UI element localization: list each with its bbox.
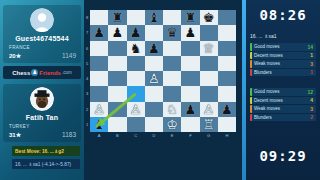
star-icon: ★: [16, 53, 21, 59]
square-d4[interactable]: ♙: [145, 71, 163, 86]
white-stat-weak-moves: Weak moves3: [250, 60, 316, 68]
square-h7[interactable]: [218, 25, 236, 40]
stat-label: Good moves: [252, 89, 280, 94]
player-card-black: Fatih Tan TURKEY 31★ 1183: [3, 84, 81, 142]
black-player-country: TURKEY: [9, 124, 30, 129]
stat-label: Decent moves: [252, 98, 283, 103]
white-piece-d4: ♙: [148, 72, 160, 85]
white-player-country: FRANCE: [9, 45, 30, 50]
square-f8[interactable]: ♜: [181, 10, 199, 25]
player-card-white: Guest46745544 FRANCE 20★ 1149: [3, 5, 81, 63]
square-a3[interactable]: [90, 86, 108, 101]
black-stat-weak-moves: Weak moves3: [250, 105, 316, 113]
square-a8[interactable]: [90, 10, 108, 25]
white-piece-e1: ♔: [166, 118, 178, 131]
right-panel: 08:26 16. ... ♗xa1 Good moves14Decent mo…: [246, 0, 320, 180]
black-piece-e7: ♛: [166, 26, 178, 39]
square-e5[interactable]: [163, 56, 181, 71]
eval-text: 16. ... ♗xa1 (-4.14->-5.87): [12, 162, 71, 167]
stat-value: 3: [310, 106, 316, 112]
white-stat-blunders: Blunders1: [250, 69, 316, 77]
black-piece-c7: ♟: [130, 26, 142, 39]
file-label-a: A: [90, 133, 108, 140]
stat-label: Weak moves: [252, 61, 280, 66]
person-icon: [30, 8, 54, 32]
logo-text-chess: Chess: [12, 70, 30, 76]
black-piece-h2: ♟: [221, 103, 233, 116]
square-f1[interactable]: [181, 117, 199, 132]
stat-label: Good moves: [252, 44, 280, 49]
square-g5[interactable]: [200, 56, 218, 71]
square-c5[interactable]: [127, 56, 145, 71]
square-g6[interactable]: ♕: [200, 41, 218, 56]
square-c1[interactable]: [127, 117, 145, 132]
left-panel: Guest46745544 FRANCE 20★ 1149 Chess ♟ Fr…: [0, 0, 84, 180]
chess-board[interactable]: ♜♝♜♚♟♟♟♛♟♞♟♕♙♙♙♘♟♙♟♝♔♖: [90, 10, 236, 132]
square-d2[interactable]: [145, 102, 163, 117]
square-c2[interactable]: ♙: [127, 102, 145, 117]
square-e3[interactable]: [163, 86, 181, 101]
logo-text-com: .com: [62, 70, 72, 75]
square-d8[interactable]: ♝: [145, 10, 163, 25]
black-piece-a1: ♝: [93, 118, 105, 131]
square-e6[interactable]: [163, 41, 181, 56]
square-b6[interactable]: [108, 41, 126, 56]
white-avatar: [30, 8, 54, 32]
black-clock: 09:29: [246, 148, 320, 164]
black-piece-d8: ♝: [148, 11, 160, 24]
best-move-text: Best Move: 16. ...♗g2: [12, 149, 64, 154]
file-label-b: B: [108, 133, 126, 140]
stat-value: 14: [307, 44, 316, 50]
black-piece-a7: ♟: [93, 26, 105, 39]
logo-text-friends: Friends: [39, 70, 61, 76]
star-icon: ★: [16, 132, 21, 138]
square-b8[interactable]: ♜: [108, 10, 126, 25]
square-d6[interactable]: ♟: [145, 41, 163, 56]
square-h8[interactable]: [218, 10, 236, 25]
white-stat-decent-moves: Decent moves1: [250, 52, 316, 60]
white-piece-e2: ♘: [166, 103, 178, 116]
square-f4[interactable]: [181, 71, 199, 86]
square-a5[interactable]: [90, 56, 108, 71]
stat-value: 1: [310, 52, 316, 58]
white-player-name: Guest46745544: [3, 35, 81, 42]
black-player-name: Fatih Tan: [3, 114, 81, 121]
square-c7[interactable]: ♟: [127, 25, 145, 40]
square-a7[interactable]: ♟: [90, 25, 108, 40]
stat-value: 4: [310, 97, 316, 103]
square-f6[interactable]: [181, 41, 199, 56]
current-move-label: 16. ... ♗xa1: [250, 33, 316, 39]
square-h3[interactable]: [218, 86, 236, 101]
white-piece-g6: ♕: [203, 42, 215, 55]
square-f2[interactable]: ♟: [181, 102, 199, 117]
square-d5[interactable]: [145, 56, 163, 71]
square-a1[interactable]: ♝: [90, 117, 108, 132]
best-move-banner: Best Move: 16. ...♗g2: [12, 146, 80, 156]
file-label-g: G: [200, 133, 218, 140]
square-c4[interactable]: [127, 71, 145, 86]
black-avatar: [30, 87, 54, 111]
stat-label: Blunders: [252, 115, 272, 120]
square-g1[interactable]: ♖: [200, 117, 218, 132]
square-f5[interactable]: [181, 56, 199, 71]
square-b5[interactable]: [108, 56, 126, 71]
square-a6[interactable]: [90, 41, 108, 56]
square-e1[interactable]: ♔: [163, 117, 181, 132]
white-move-stats: Good moves14Decent moves1Weak moves3Blun…: [250, 43, 316, 76]
square-h2[interactable]: ♟: [218, 102, 236, 117]
black-stat-blunders: Blunders2: [250, 114, 316, 122]
white-piece-c2: ♙: [130, 103, 142, 116]
board-zone: 87654321 ♜♝♜♚♟♟♟♛♟♞♟♕♙♙♙♘♟♙♟♝♔♖ ABCDEFGH: [84, 0, 242, 180]
square-a2[interactable]: ♙: [90, 102, 108, 117]
black-piece-b8: ♜: [112, 11, 124, 24]
pawn-logo-icon: ♟: [31, 69, 38, 76]
file-label-c: C: [127, 133, 145, 140]
square-g2[interactable]: ♙: [200, 102, 218, 117]
stat-label: Weak moves: [252, 106, 280, 111]
square-d3[interactable]: [145, 86, 163, 101]
white-piece-g2: ♙: [203, 103, 215, 116]
square-h4[interactable]: [218, 71, 236, 86]
white-stat-good-moves: Good moves14: [250, 43, 316, 51]
black-piece-c6: ♞: [130, 42, 142, 55]
black-player-stars: 31★: [9, 131, 21, 138]
square-b1[interactable]: [108, 117, 126, 132]
black-stat-decent-moves: Decent moves4: [250, 97, 316, 105]
file-label-e: E: [163, 133, 181, 140]
square-e2[interactable]: ♘: [163, 102, 181, 117]
black-stat-good-moves: Good moves12: [250, 88, 316, 96]
square-h6[interactable]: [218, 41, 236, 56]
square-b4[interactable]: [108, 71, 126, 86]
stat-value: 2: [310, 114, 316, 120]
black-piece-f8: ♜: [185, 11, 197, 24]
file-label-h: H: [218, 133, 236, 140]
stat-value: 12: [307, 89, 316, 95]
square-b7[interactable]: ♟: [108, 25, 126, 40]
square-e4[interactable]: [163, 71, 181, 86]
square-g4[interactable]: [200, 71, 218, 86]
file-label-d: D: [145, 133, 163, 140]
square-e8[interactable]: [163, 10, 181, 25]
eval-banner: 16. ... ♗xa1 (-4.14->-5.87): [12, 159, 80, 169]
chessfriends-logo: Chess ♟ Friends .com: [3, 66, 81, 79]
square-a4[interactable]: [90, 71, 108, 86]
file-label-f: F: [181, 133, 199, 140]
white-piece-g1: ♖: [203, 118, 215, 131]
mascot-icon: [30, 87, 54, 111]
square-d1[interactable]: [145, 117, 163, 132]
square-b3[interactable]: [108, 86, 126, 101]
stat-label: Blunders: [252, 70, 272, 75]
black-piece-f7: ♟: [185, 26, 197, 39]
white-player-stars: 20★: [9, 52, 21, 59]
square-b2[interactable]: [108, 102, 126, 117]
square-c3[interactable]: [127, 86, 145, 101]
square-d7[interactable]: [145, 25, 163, 40]
square-h1[interactable]: [218, 117, 236, 132]
black-piece-g8: ♚: [203, 11, 215, 24]
square-f7[interactable]: ♟: [181, 25, 199, 40]
square-g8[interactable]: ♚: [200, 10, 218, 25]
black-move-stats: Good moves12Decent moves4Weak moves3Blun…: [250, 88, 316, 121]
black-player-rating: 1183: [62, 131, 76, 138]
stat-label: Decent moves: [252, 53, 283, 58]
square-f3[interactable]: [181, 86, 199, 101]
black-piece-b7: ♟: [112, 26, 124, 39]
square-g7[interactable]: [200, 25, 218, 40]
square-e7[interactable]: ♛: [163, 25, 181, 40]
black-piece-f2: ♟: [185, 103, 197, 116]
white-player-rating: 1149: [62, 52, 76, 59]
stat-value: 3: [310, 61, 316, 67]
square-c6[interactable]: ♞: [127, 41, 145, 56]
white-clock: 08:26: [246, 7, 320, 23]
app-window: Guest46745544 FRANCE 20★ 1149 Chess ♟ Fr…: [0, 0, 320, 180]
white-piece-a2: ♙: [93, 103, 105, 116]
stat-value: 1: [310, 69, 316, 75]
file-labels: ABCDEFGH: [90, 133, 236, 140]
square-g3[interactable]: [200, 86, 218, 101]
square-h5[interactable]: [218, 56, 236, 71]
black-piece-d6: ♟: [148, 42, 160, 55]
square-c8[interactable]: [127, 10, 145, 25]
